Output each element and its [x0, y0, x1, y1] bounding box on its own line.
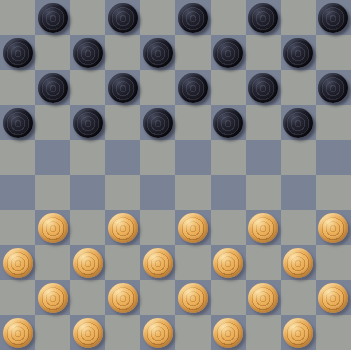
- white-piece[interactable]: [73, 318, 103, 348]
- square-r5c4[interactable]: [140, 175, 175, 210]
- white-piece[interactable]: [178, 213, 208, 243]
- square-r4c8: [281, 140, 316, 175]
- square-r6c1[interactable]: [35, 210, 70, 245]
- square-r7c0[interactable]: [0, 245, 35, 280]
- black-piece[interactable]: [73, 108, 103, 138]
- square-r7c8[interactable]: [281, 245, 316, 280]
- white-piece[interactable]: [318, 213, 348, 243]
- square-r5c3: [105, 175, 140, 210]
- square-r8c0: [0, 280, 35, 315]
- square-r8c4: [140, 280, 175, 315]
- square-r4c0: [0, 140, 35, 175]
- square-r3c3: [105, 105, 140, 140]
- square-r2c4: [140, 70, 175, 105]
- square-r6c5[interactable]: [175, 210, 210, 245]
- square-r8c7[interactable]: [246, 280, 281, 315]
- square-r9c8[interactable]: [281, 315, 316, 350]
- square-r9c3: [105, 315, 140, 350]
- square-r0c0: [0, 0, 35, 35]
- square-r6c9[interactable]: [316, 210, 351, 245]
- square-r6c8: [281, 210, 316, 245]
- square-r9c7: [246, 315, 281, 350]
- square-r6c0: [0, 210, 35, 245]
- square-r4c9[interactable]: [316, 140, 351, 175]
- square-r9c4[interactable]: [140, 315, 175, 350]
- square-r0c2: [70, 0, 105, 35]
- square-r4c1[interactable]: [35, 140, 70, 175]
- white-piece[interactable]: [3, 248, 33, 278]
- black-piece[interactable]: [213, 108, 243, 138]
- white-piece[interactable]: [248, 283, 278, 313]
- square-r6c2: [70, 210, 105, 245]
- square-r2c2: [70, 70, 105, 105]
- square-r9c9: [316, 315, 351, 350]
- white-piece[interactable]: [283, 318, 313, 348]
- square-r8c5[interactable]: [175, 280, 210, 315]
- square-r3c0[interactable]: [0, 105, 35, 140]
- square-r1c1: [35, 35, 70, 70]
- square-r6c4: [140, 210, 175, 245]
- square-r1c7: [246, 35, 281, 70]
- white-piece[interactable]: [248, 213, 278, 243]
- square-r2c7[interactable]: [246, 70, 281, 105]
- square-r3c8[interactable]: [281, 105, 316, 140]
- square-r8c1[interactable]: [35, 280, 70, 315]
- square-r7c7: [246, 245, 281, 280]
- white-piece[interactable]: [108, 213, 138, 243]
- black-piece[interactable]: [38, 3, 68, 33]
- black-piece[interactable]: [3, 38, 33, 68]
- square-r0c1[interactable]: [35, 0, 70, 35]
- draughts-board: [0, 0, 351, 350]
- square-r8c9[interactable]: [316, 280, 351, 315]
- square-r2c8: [281, 70, 316, 105]
- square-r1c8[interactable]: [281, 35, 316, 70]
- square-r1c4[interactable]: [140, 35, 175, 70]
- square-r3c9: [316, 105, 351, 140]
- square-r2c3[interactable]: [105, 70, 140, 105]
- square-r1c3: [105, 35, 140, 70]
- square-r7c6[interactable]: [211, 245, 246, 280]
- square-r9c0[interactable]: [0, 315, 35, 350]
- square-r1c5: [175, 35, 210, 70]
- black-piece[interactable]: [143, 38, 173, 68]
- square-r0c7[interactable]: [246, 0, 281, 35]
- white-piece[interactable]: [178, 283, 208, 313]
- square-r8c8: [281, 280, 316, 315]
- black-piece[interactable]: [178, 3, 208, 33]
- square-r5c2[interactable]: [70, 175, 105, 210]
- square-r0c3[interactable]: [105, 0, 140, 35]
- square-r2c1[interactable]: [35, 70, 70, 105]
- black-piece[interactable]: [3, 108, 33, 138]
- square-r2c6: [211, 70, 246, 105]
- square-r0c4: [140, 0, 175, 35]
- square-r4c2: [70, 140, 105, 175]
- white-piece[interactable]: [38, 213, 68, 243]
- black-piece[interactable]: [73, 38, 103, 68]
- white-piece[interactable]: [318, 283, 348, 313]
- black-piece[interactable]: [318, 73, 348, 103]
- square-r3c5: [175, 105, 210, 140]
- black-piece[interactable]: [108, 3, 138, 33]
- white-piece[interactable]: [73, 248, 103, 278]
- square-r4c3[interactable]: [105, 140, 140, 175]
- black-piece[interactable]: [318, 3, 348, 33]
- black-piece[interactable]: [108, 73, 138, 103]
- square-r6c3[interactable]: [105, 210, 140, 245]
- square-r8c6: [211, 280, 246, 315]
- square-r9c1: [35, 315, 70, 350]
- white-piece[interactable]: [108, 283, 138, 313]
- square-r5c9: [316, 175, 351, 210]
- square-r4c6: [211, 140, 246, 175]
- square-r3c4[interactable]: [140, 105, 175, 140]
- square-r5c8[interactable]: [281, 175, 316, 210]
- square-r3c1: [35, 105, 70, 140]
- square-r5c6[interactable]: [211, 175, 246, 210]
- square-r6c7[interactable]: [246, 210, 281, 245]
- square-r7c9: [316, 245, 351, 280]
- square-r4c7[interactable]: [246, 140, 281, 175]
- black-piece[interactable]: [213, 38, 243, 68]
- square-r7c1: [35, 245, 70, 280]
- square-r5c5: [175, 175, 210, 210]
- square-r5c0[interactable]: [0, 175, 35, 210]
- white-piece[interactable]: [143, 248, 173, 278]
- square-r1c2[interactable]: [70, 35, 105, 70]
- square-r0c6: [211, 0, 246, 35]
- black-piece[interactable]: [178, 73, 208, 103]
- square-r7c5: [175, 245, 210, 280]
- square-r9c6[interactable]: [211, 315, 246, 350]
- black-piece[interactable]: [248, 73, 278, 103]
- white-piece[interactable]: [3, 318, 33, 348]
- square-r0c5[interactable]: [175, 0, 210, 35]
- square-r8c2: [70, 280, 105, 315]
- white-piece[interactable]: [213, 248, 243, 278]
- square-r1c9: [316, 35, 351, 70]
- white-piece[interactable]: [38, 283, 68, 313]
- square-r1c6[interactable]: [211, 35, 246, 70]
- black-piece[interactable]: [38, 73, 68, 103]
- white-piece[interactable]: [283, 248, 313, 278]
- white-piece[interactable]: [143, 318, 173, 348]
- black-piece[interactable]: [143, 108, 173, 138]
- square-r9c5: [175, 315, 210, 350]
- white-piece[interactable]: [213, 318, 243, 348]
- square-r5c1: [35, 175, 70, 210]
- black-piece[interactable]: [283, 108, 313, 138]
- square-r3c7: [246, 105, 281, 140]
- square-r2c0: [0, 70, 35, 105]
- square-r7c3: [105, 245, 140, 280]
- black-piece[interactable]: [283, 38, 313, 68]
- square-r0c9[interactable]: [316, 0, 351, 35]
- square-r9c2[interactable]: [70, 315, 105, 350]
- square-r7c2[interactable]: [70, 245, 105, 280]
- square-r4c5[interactable]: [175, 140, 210, 175]
- square-r7c4[interactable]: [140, 245, 175, 280]
- square-r2c9[interactable]: [316, 70, 351, 105]
- square-r6c6: [211, 210, 246, 245]
- square-r3c2[interactable]: [70, 105, 105, 140]
- square-r2c5[interactable]: [175, 70, 210, 105]
- square-r5c7: [246, 175, 281, 210]
- black-piece[interactable]: [248, 3, 278, 33]
- square-r0c8: [281, 0, 316, 35]
- square-r1c0[interactable]: [0, 35, 35, 70]
- square-r8c3[interactable]: [105, 280, 140, 315]
- square-r4c4: [140, 140, 175, 175]
- square-r3c6[interactable]: [211, 105, 246, 140]
